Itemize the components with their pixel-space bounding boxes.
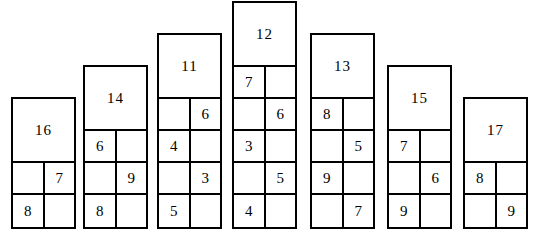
given-number-cell: 7 [45,163,75,193]
empty-answer-cell[interactable] [191,195,221,227]
tower-row: 6 [389,163,450,195]
tower-row: 7 [234,67,295,99]
given-number-cell: 8 [312,99,344,129]
given-number-cell: 6 [421,163,451,193]
given-number-cell: 7 [234,67,266,97]
empty-answer-cell[interactable] [465,195,497,227]
empty-answer-cell[interactable] [266,67,296,97]
tower-row: 7 [389,131,450,163]
empty-answer-cell[interactable] [159,99,191,129]
empty-answer-cell[interactable] [45,195,75,227]
empty-answer-cell[interactable] [421,195,451,227]
tower-row: 8 [465,163,526,195]
tower-15: 15769 [387,65,452,229]
tower-row: 7 [13,163,74,195]
tower-target-sum: 12 [234,3,295,67]
tower-row: 5 [234,163,295,195]
tower-row: 3 [234,131,295,163]
tower-target-sum: 14 [85,67,146,131]
empty-answer-cell[interactable] [117,195,147,227]
tower-12: 1276354 [232,1,297,229]
empty-answer-cell[interactable] [312,131,344,161]
tower-row: 8 [85,195,146,227]
empty-answer-cell[interactable] [191,131,221,161]
empty-answer-cell[interactable] [344,163,374,193]
empty-answer-cell[interactable] [159,163,191,193]
given-number-cell: 5 [344,131,374,161]
given-number-cell: 5 [159,195,191,227]
empty-answer-cell[interactable] [389,163,421,193]
given-number-cell: 3 [234,131,266,161]
tower-target-sum: 15 [389,67,450,131]
empty-answer-cell[interactable] [497,163,527,193]
tower-13: 138597 [310,33,375,229]
given-number-cell: 8 [13,195,45,227]
tower-row: 6 [85,131,146,163]
tower-row: 6 [159,99,220,131]
tower-row: 5 [312,131,373,163]
empty-answer-cell[interactable] [344,99,374,129]
given-number-cell: 8 [85,195,117,227]
tower-17: 1789 [463,97,528,229]
empty-answer-cell[interactable] [234,163,266,193]
tower-row: 7 [312,195,373,227]
empty-answer-cell[interactable] [13,163,45,193]
tower-14: 14698 [83,65,148,229]
tower-16: 1678 [11,97,76,229]
empty-answer-cell[interactable] [421,131,451,161]
given-number-cell: 5 [266,163,296,193]
given-number-cell: 9 [312,163,344,193]
empty-answer-cell[interactable] [117,131,147,161]
tower-row: 5 [159,195,220,227]
given-number-cell: 4 [234,195,266,227]
given-number-cell: 4 [159,131,191,161]
tower-row: 9 [312,163,373,195]
tower-row: 6 [234,99,295,131]
tower-row: 4 [234,195,295,227]
given-number-cell: 3 [191,163,221,193]
given-number-cell: 9 [497,195,527,227]
tower-row: 9 [465,195,526,227]
given-number-cell: 7 [389,131,421,161]
given-number-cell: 6 [191,99,221,129]
given-number-cell: 8 [465,163,497,193]
tower-target-sum: 16 [13,99,74,163]
tower-row: 8 [13,195,74,227]
empty-answer-cell[interactable] [266,131,296,161]
given-number-cell: 9 [389,195,421,227]
tower-target-sum: 13 [312,35,373,99]
empty-answer-cell[interactable] [85,163,117,193]
tower-row: 8 [312,99,373,131]
empty-answer-cell[interactable] [234,99,266,129]
tower-11: 116435 [157,33,222,229]
tower-row: 3 [159,163,220,195]
tower-row: 9 [85,163,146,195]
given-number-cell: 9 [117,163,147,193]
tower-row: 4 [159,131,220,163]
puzzle-board: 1678146981164351276354138597157691789 [0,0,540,235]
empty-answer-cell[interactable] [266,195,296,227]
given-number-cell: 6 [266,99,296,129]
tower-row: 9 [389,195,450,227]
tower-target-sum: 17 [465,99,526,163]
given-number-cell: 6 [85,131,117,161]
given-number-cell: 7 [344,195,374,227]
empty-answer-cell[interactable] [312,195,344,227]
tower-target-sum: 11 [159,35,220,99]
